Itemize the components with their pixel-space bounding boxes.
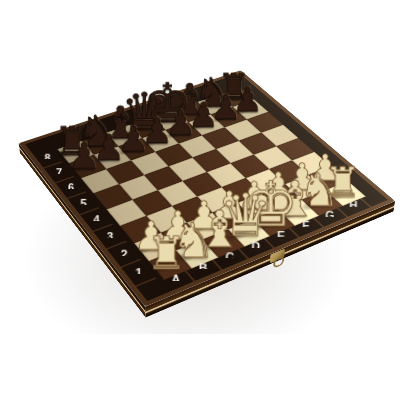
square-b5	[119, 175, 158, 200]
square-a5	[93, 184, 132, 209]
square-a6	[81, 169, 119, 193]
chess-set-photo: 87654321ABCDEFGH♜♞♝♛♚♝♞♜♟♟♟♟♟♟♟♟♟♟♟♟♟♟♟♟…	[0, 0, 400, 400]
